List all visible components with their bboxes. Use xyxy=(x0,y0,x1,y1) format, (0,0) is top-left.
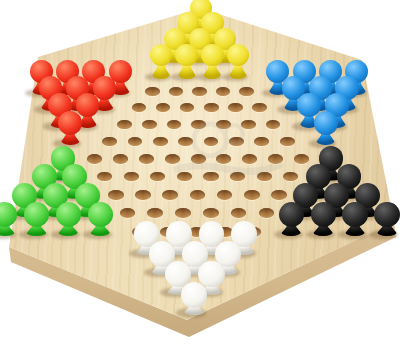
hole[interactable] xyxy=(239,87,253,96)
hole[interactable] xyxy=(108,190,124,200)
hole[interactable] xyxy=(169,87,183,96)
hole[interactable] xyxy=(190,190,206,200)
hole[interactable] xyxy=(252,103,267,112)
hole[interactable] xyxy=(192,87,206,96)
hole[interactable] xyxy=(217,190,233,200)
peg-head xyxy=(314,111,338,135)
hole[interactable] xyxy=(216,87,230,96)
hole[interactable] xyxy=(294,154,309,164)
peg-head xyxy=(342,202,367,227)
peg-head xyxy=(374,202,399,227)
hole[interactable] xyxy=(135,190,151,200)
hole[interactable] xyxy=(228,103,243,112)
hole[interactable] xyxy=(162,190,178,200)
chinese-checkers-photo xyxy=(0,0,400,351)
hole[interactable] xyxy=(139,154,154,164)
hole[interactable] xyxy=(203,208,219,218)
peg-head xyxy=(175,44,198,67)
hole[interactable] xyxy=(102,137,117,147)
hole[interactable] xyxy=(271,190,287,200)
peg-head xyxy=(58,111,82,135)
peg-head xyxy=(201,44,224,67)
peg-head xyxy=(88,202,113,227)
photo-watermark xyxy=(168,112,288,187)
hole[interactable] xyxy=(113,154,128,164)
peg-head xyxy=(198,261,224,287)
hole[interactable] xyxy=(145,87,159,96)
hole[interactable] xyxy=(244,190,260,200)
hole[interactable] xyxy=(153,137,168,147)
hole[interactable] xyxy=(117,120,132,129)
hole[interactable] xyxy=(204,103,219,112)
hole[interactable] xyxy=(142,120,157,129)
peg-head xyxy=(76,93,100,117)
peg-head xyxy=(311,202,336,227)
hole[interactable] xyxy=(87,154,102,164)
